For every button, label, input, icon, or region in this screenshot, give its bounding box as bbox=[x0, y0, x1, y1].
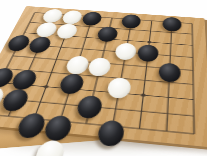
black-stone[interactable] bbox=[76, 95, 105, 119]
black-stone[interactable] bbox=[41, 114, 73, 141]
white-stone[interactable] bbox=[87, 57, 112, 77]
black-stone[interactable] bbox=[10, 69, 40, 90]
white-stone[interactable] bbox=[114, 42, 137, 60]
white-stone[interactable] bbox=[32, 139, 67, 156]
white-stone[interactable] bbox=[64, 55, 90, 74]
board-wrapper bbox=[0, 0, 206, 156]
black-stone[interactable] bbox=[96, 119, 126, 147]
black-stone[interactable] bbox=[97, 26, 120, 42]
black-stone[interactable] bbox=[15, 112, 48, 139]
black-stone[interactable] bbox=[81, 11, 103, 26]
white-stone[interactable] bbox=[34, 22, 59, 38]
stones-grid bbox=[0, 7, 207, 145]
black-stone[interactable] bbox=[57, 73, 85, 95]
black-stone[interactable] bbox=[121, 14, 142, 29]
white-stone[interactable] bbox=[61, 10, 84, 25]
go-board bbox=[0, 6, 207, 147]
black-stone[interactable] bbox=[158, 62, 181, 82]
black-stone[interactable] bbox=[0, 88, 31, 112]
black-stone[interactable] bbox=[162, 17, 181, 32]
go-board-photo-scene bbox=[0, 0, 207, 156]
black-stone[interactable] bbox=[137, 44, 159, 62]
white-stone[interactable] bbox=[41, 9, 65, 23]
white-stone[interactable] bbox=[55, 23, 79, 39]
black-stone[interactable] bbox=[27, 36, 53, 53]
white-stone[interactable] bbox=[106, 77, 132, 99]
